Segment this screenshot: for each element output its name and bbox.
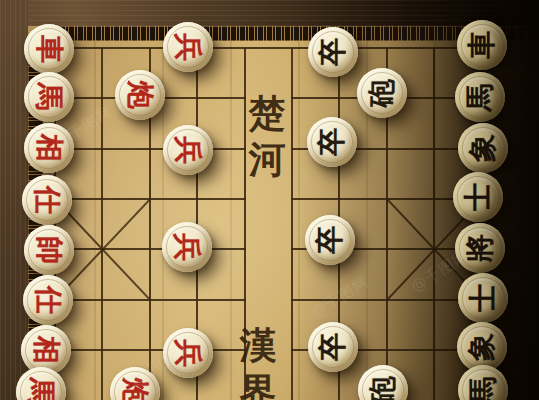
- piece-red-advisor[interactable]: 仕: [22, 175, 72, 225]
- piece-glyph: 相: [27, 336, 65, 364]
- piece-black-general[interactable]: 將: [455, 223, 505, 273]
- piece-black-soldier[interactable]: 卒: [305, 215, 355, 265]
- piece-glyph: 炮: [116, 378, 154, 400]
- piece-glyph: 卒: [314, 38, 352, 66]
- piece-glyph: 將: [461, 234, 499, 262]
- piece-red-soldier[interactable]: 兵: [163, 328, 213, 378]
- xiangqi-board-photo: 楚 河 漢 界 車馬相仕帥仕相馬車炮炮兵兵兵兵兵卒卒卒卒卒砲砲車馬象士將士象馬車…: [0, 0, 539, 400]
- piece-glyph: 兵: [169, 136, 207, 164]
- piece-glyph: 馬: [22, 378, 60, 400]
- piece-glyph: 兵: [168, 233, 206, 261]
- piece-red-soldier[interactable]: 兵: [163, 125, 213, 175]
- piece-black-horse[interactable]: 馬: [458, 365, 508, 400]
- piece-glyph: 象: [463, 333, 501, 361]
- piece-glyph: 馬: [30, 83, 68, 111]
- piece-glyph: 仕: [29, 286, 67, 314]
- piece-black-elephant[interactable]: 象: [458, 123, 508, 173]
- piece-black-soldier[interactable]: 卒: [307, 117, 357, 167]
- piece-glyph: 兵: [169, 33, 207, 61]
- piece-red-advisor[interactable]: 仕: [23, 275, 73, 325]
- piece-red-soldier[interactable]: 兵: [162, 222, 212, 272]
- piece-black-soldier[interactable]: 卒: [308, 27, 358, 77]
- piece-black-advisor[interactable]: 士: [453, 172, 503, 222]
- piece-glyph: 卒: [314, 333, 352, 361]
- piece-glyph: 馬: [461, 83, 499, 111]
- piece-red-general[interactable]: 帥: [24, 225, 74, 275]
- piece-glyph: 車: [30, 35, 68, 63]
- piece-red-elephant[interactable]: 相: [24, 123, 74, 173]
- pieces-layer: 車馬相仕帥仕相馬車炮炮兵兵兵兵兵卒卒卒卒卒砲砲車馬象士將士象馬車: [0, 0, 539, 400]
- piece-glyph: 象: [464, 134, 502, 162]
- piece-black-advisor[interactable]: 士: [458, 273, 508, 323]
- piece-black-cannon[interactable]: 砲: [357, 68, 407, 118]
- piece-glyph: 砲: [363, 79, 401, 107]
- piece-glyph: 士: [459, 183, 497, 211]
- piece-glyph: 馬: [464, 376, 502, 400]
- piece-glyph: 卒: [313, 128, 351, 156]
- piece-black-cannon[interactable]: 砲: [358, 365, 408, 400]
- piece-red-soldier[interactable]: 兵: [163, 22, 213, 72]
- piece-glyph: 相: [30, 134, 68, 162]
- piece-glyph: 士: [464, 284, 502, 312]
- piece-red-horse[interactable]: 馬: [16, 367, 66, 400]
- piece-red-cannon[interactable]: 炮: [115, 70, 165, 120]
- piece-red-cannon[interactable]: 炮: [110, 367, 160, 400]
- piece-black-chariot[interactable]: 車: [457, 20, 507, 70]
- piece-red-chariot[interactable]: 車: [24, 24, 74, 74]
- piece-glyph: 仕: [28, 186, 66, 214]
- piece-glyph: 卒: [311, 226, 349, 254]
- piece-red-horse[interactable]: 馬: [24, 72, 74, 122]
- piece-glyph: 炮: [121, 81, 159, 109]
- piece-black-horse[interactable]: 馬: [455, 72, 505, 122]
- piece-glyph: 帥: [30, 236, 68, 264]
- piece-black-soldier[interactable]: 卒: [308, 322, 358, 372]
- piece-glyph: 車: [463, 31, 501, 59]
- piece-glyph: 砲: [364, 376, 402, 400]
- piece-glyph: 兵: [169, 339, 207, 367]
